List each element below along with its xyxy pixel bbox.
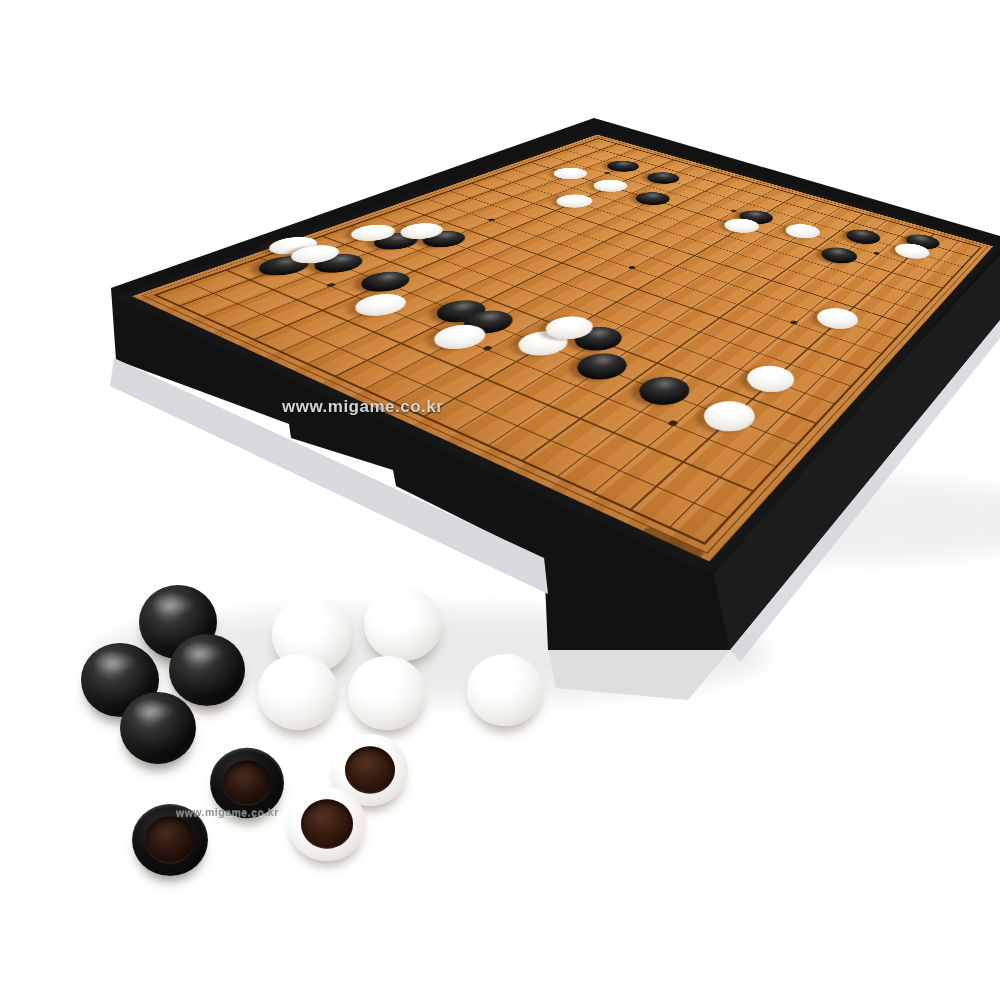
watermark: www.migame.co.kr [282, 397, 443, 417]
magnet-base [223, 760, 272, 806]
product-photo-scene: www.migame.co.kr www.migame.co.kr [0, 0, 1000, 1000]
magnet-base [345, 746, 395, 794]
black-stone-loose[interactable] [169, 634, 245, 706]
magnet-base [145, 816, 195, 864]
watermark-small: www.migame.co.kr [176, 806, 279, 818]
black-stone-loose[interactable] [120, 692, 196, 764]
white-stone-loose[interactable] [364, 587, 442, 661]
loose-stones-tray [0, 0, 1000, 1000]
white-stone-loose[interactable] [348, 656, 426, 730]
white-stone-flipped[interactable] [288, 787, 366, 861]
white-stone-loose[interactable] [258, 654, 338, 730]
white-stone-loose[interactable] [467, 654, 543, 726]
magnet-base [301, 800, 353, 849]
